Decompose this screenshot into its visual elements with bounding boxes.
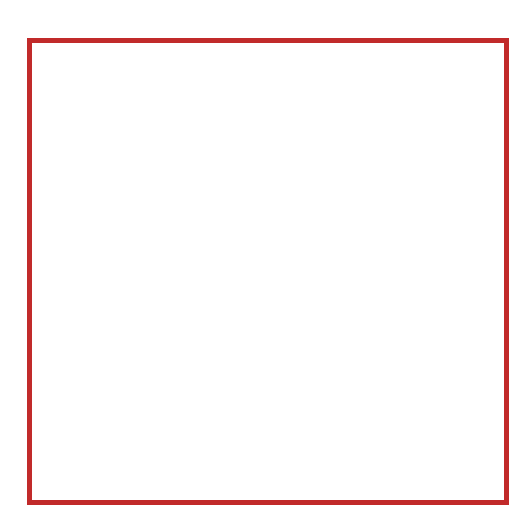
column-labels bbox=[27, 0, 509, 38]
sudoku-app bbox=[0, 0, 518, 529]
row-labels bbox=[0, 38, 27, 505]
sudoku-board bbox=[27, 38, 509, 505]
